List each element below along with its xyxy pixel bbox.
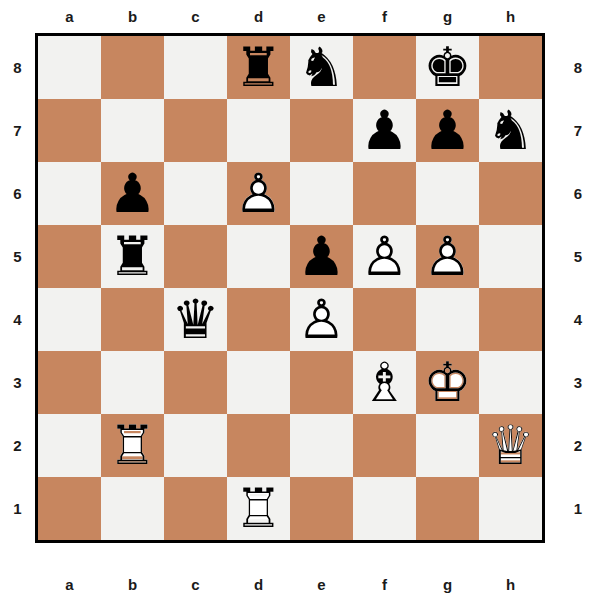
square-f1[interactable] (353, 477, 416, 540)
rank-label-left-5: 5 (0, 248, 35, 265)
rank-label-left-2: 2 (0, 437, 35, 454)
square-a3[interactable] (38, 351, 101, 414)
rank-labels-left: 87654321 (0, 33, 35, 543)
square-a1[interactable] (38, 477, 101, 540)
square-e2[interactable] (290, 414, 353, 477)
piece-glyph: ♜ (227, 36, 290, 99)
square-a8[interactable] (38, 36, 101, 99)
black-pawn-e5[interactable]: ♟ (290, 225, 353, 288)
white-pawn-g5[interactable]: ♟♙ (416, 225, 479, 288)
file-label-bottom-d: d (227, 576, 290, 593)
rank-label-left-4: 4 (0, 311, 35, 328)
square-g8[interactable]: ♚ (416, 36, 479, 99)
piece-glyph: ♛ (164, 288, 227, 351)
piece-glyph: ♟ (101, 162, 164, 225)
rank-label-right-2: 2 (545, 437, 611, 454)
square-c8[interactable] (164, 36, 227, 99)
black-rook-b5[interactable]: ♜ (101, 225, 164, 288)
rank-label-left-8: 8 (0, 59, 35, 76)
square-b8[interactable] (101, 36, 164, 99)
file-label-bottom-g: g (416, 576, 479, 593)
square-e5[interactable]: ♟ (290, 225, 353, 288)
square-c1[interactable] (164, 477, 227, 540)
square-d7[interactable] (227, 99, 290, 162)
square-d4[interactable] (227, 288, 290, 351)
square-h1[interactable] (479, 477, 542, 540)
black-queen-c4[interactable]: ♛ (164, 288, 227, 351)
black-pawn-b6[interactable]: ♟ (101, 162, 164, 225)
square-h3[interactable] (479, 351, 542, 414)
piece-outline-layer: ♙ (416, 225, 479, 288)
piece-glyph: ♜ (101, 225, 164, 288)
square-f2[interactable] (353, 414, 416, 477)
square-g4[interactable] (416, 288, 479, 351)
square-g7[interactable]: ♟ (416, 99, 479, 162)
square-c4[interactable]: ♛ (164, 288, 227, 351)
white-pawn-f5[interactable]: ♟♙ (353, 225, 416, 288)
rank-label-left-3: 3 (0, 374, 35, 391)
square-b5[interactable]: ♜ (101, 225, 164, 288)
rank-label-right-7: 7 (545, 122, 611, 139)
piece-outline-layer: ♕ (479, 414, 542, 477)
square-c5[interactable] (164, 225, 227, 288)
rank-label-right-5: 5 (545, 248, 611, 265)
rank-label-right-8: 8 (545, 59, 611, 76)
square-c2[interactable] (164, 414, 227, 477)
square-a7[interactable] (38, 99, 101, 162)
white-rook-d1[interactable]: ♜♖ (227, 477, 290, 540)
rank-label-right-6: 6 (545, 185, 611, 202)
black-knight-e8[interactable]: ♞ (290, 36, 353, 99)
square-a2[interactable] (38, 414, 101, 477)
square-f6[interactable] (353, 162, 416, 225)
square-b6[interactable]: ♟ (101, 162, 164, 225)
file-labels-top: abcdefgh (38, 0, 542, 33)
black-pawn-g7[interactable]: ♟ (416, 99, 479, 162)
file-label-bottom-c: c (164, 576, 227, 593)
white-rook-b2[interactable]: ♜♖ (101, 414, 164, 477)
square-b3[interactable] (101, 351, 164, 414)
square-a5[interactable] (38, 225, 101, 288)
square-b4[interactable] (101, 288, 164, 351)
square-f5[interactable]: ♟♙ (353, 225, 416, 288)
square-f3[interactable]: ♝♗ (353, 351, 416, 414)
white-queen-h2[interactable]: ♛♕ (479, 414, 542, 477)
square-d3[interactable] (227, 351, 290, 414)
black-king-g8[interactable]: ♚ (416, 36, 479, 99)
piece-outline-layer: ♙ (353, 225, 416, 288)
rank-label-left-1: 1 (0, 500, 35, 517)
square-g2[interactable] (416, 414, 479, 477)
rank-label-right-4: 4 (545, 311, 611, 328)
black-knight-h7[interactable]: ♞ (479, 99, 542, 162)
file-label-top-g: g (416, 8, 479, 25)
piece-outline-layer: ♔ (416, 351, 479, 414)
rank-label-left-7: 7 (0, 122, 35, 139)
piece-glyph: ♚ (416, 36, 479, 99)
file-label-bottom-f: f (353, 576, 416, 593)
square-h5[interactable] (479, 225, 542, 288)
white-pawn-e4[interactable]: ♟♙ (290, 288, 353, 351)
black-rook-d8[interactable]: ♜ (227, 36, 290, 99)
square-a6[interactable] (38, 162, 101, 225)
file-label-top-a: a (38, 8, 101, 25)
rank-label-right-1: 1 (545, 500, 611, 517)
square-f8[interactable] (353, 36, 416, 99)
square-c7[interactable] (164, 99, 227, 162)
square-e7[interactable] (290, 99, 353, 162)
square-b2[interactable]: ♜♖ (101, 414, 164, 477)
piece-glyph: ♞ (290, 36, 353, 99)
square-h7[interactable]: ♞ (479, 99, 542, 162)
piece-outline-layer: ♖ (101, 414, 164, 477)
square-h6[interactable] (479, 162, 542, 225)
square-e6[interactable] (290, 162, 353, 225)
piece-glyph: ♟ (416, 99, 479, 162)
black-pawn-f7[interactable]: ♟ (353, 99, 416, 162)
square-d8[interactable]: ♜ (227, 36, 290, 99)
file-label-bottom-e: e (290, 576, 353, 593)
square-a4[interactable] (38, 288, 101, 351)
file-label-bottom-h: h (479, 576, 542, 593)
file-label-top-f: f (353, 8, 416, 25)
white-king-g3[interactable]: ♚♔ (416, 351, 479, 414)
file-label-top-c: c (164, 8, 227, 25)
file-label-top-h: h (479, 8, 542, 25)
file-label-bottom-a: a (38, 576, 101, 593)
square-h2[interactable]: ♛♕ (479, 414, 542, 477)
rank-label-right-3: 3 (545, 374, 611, 391)
file-label-top-e: e (290, 8, 353, 25)
file-label-bottom-b: b (101, 576, 164, 593)
square-b7[interactable] (101, 99, 164, 162)
square-d2[interactable] (227, 414, 290, 477)
square-h8[interactable] (479, 36, 542, 99)
square-d5[interactable] (227, 225, 290, 288)
square-b1[interactable] (101, 477, 164, 540)
chess-diagram: abcdefgh 87654321 ♜♞♚♟♟♞♟♟♙♜♟♟♙♟♙♛♟♙♝♗♚♔… (0, 0, 611, 609)
piece-outline-layer: ♙ (290, 288, 353, 351)
square-h4[interactable] (479, 288, 542, 351)
square-g5[interactable]: ♟♙ (416, 225, 479, 288)
square-g3[interactable]: ♚♔ (416, 351, 479, 414)
square-c6[interactable] (164, 162, 227, 225)
square-g6[interactable] (416, 162, 479, 225)
square-e4[interactable]: ♟♙ (290, 288, 353, 351)
piece-outline-layer: ♙ (227, 162, 290, 225)
piece-glyph: ♟ (290, 225, 353, 288)
piece-outline-layer: ♗ (353, 351, 416, 414)
square-f7[interactable]: ♟ (353, 99, 416, 162)
square-c3[interactable] (164, 351, 227, 414)
square-f4[interactable] (353, 288, 416, 351)
white-pawn-d6[interactable]: ♟♙ (227, 162, 290, 225)
chess-board: ♜♞♚♟♟♞♟♟♙♜♟♟♙♟♙♛♟♙♝♗♚♔♜♖♛♕♜♖ (35, 33, 545, 543)
piece-outline-layer: ♖ (227, 477, 290, 540)
file-labels-bottom: abcdefgh (38, 576, 542, 606)
square-e3[interactable] (290, 351, 353, 414)
square-d1[interactable]: ♜♖ (227, 477, 290, 540)
piece-glyph: ♟ (353, 99, 416, 162)
file-label-top-b: b (101, 8, 164, 25)
square-d6[interactable]: ♟♙ (227, 162, 290, 225)
square-g1[interactable] (416, 477, 479, 540)
rank-label-left-6: 6 (0, 185, 35, 202)
white-bishop-f3[interactable]: ♝♗ (353, 351, 416, 414)
file-label-top-d: d (227, 8, 290, 25)
square-e1[interactable] (290, 477, 353, 540)
piece-glyph: ♞ (479, 99, 542, 162)
rank-labels-right: 87654321 (545, 33, 611, 543)
square-e8[interactable]: ♞ (290, 36, 353, 99)
